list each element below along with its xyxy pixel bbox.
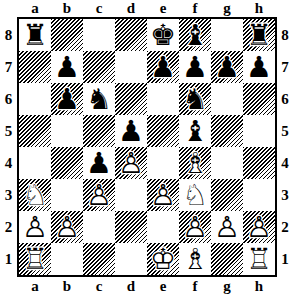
square-e3[interactable]: ♟♙ <box>147 179 179 211</box>
white-rook[interactable]: ♖ <box>243 243 275 275</box>
rank-label-3-right: 3 <box>277 179 293 211</box>
black-pawn[interactable]: ♟ <box>51 51 83 83</box>
black-bishop[interactable]: ♝ <box>179 19 211 51</box>
file-label-b-top: b <box>51 0 83 17</box>
file-labels-top: abcdefgh <box>19 0 275 17</box>
file-label-e-bottom: e <box>147 278 179 295</box>
file-label-g-bottom: g <box>211 278 243 295</box>
file-label-h-bottom: h <box>243 278 275 295</box>
rank-labels-left: 87654321 <box>0 19 17 275</box>
square-c3[interactable]: ♟♙ <box>83 179 115 211</box>
square-d3[interactable] <box>115 179 147 211</box>
square-e1[interactable]: ♚♔ <box>147 243 179 275</box>
white-rook[interactable]: ♖ <box>19 243 51 275</box>
white-king[interactable]: ♔ <box>147 243 179 275</box>
square-b8[interactable] <box>51 19 83 51</box>
square-f7[interactable]: ♟♟ <box>179 51 211 83</box>
square-a6[interactable] <box>19 83 51 115</box>
square-h4[interactable] <box>243 147 275 179</box>
black-rook[interactable]: ♜ <box>243 19 275 51</box>
square-c8[interactable] <box>83 19 115 51</box>
rank-label-2-right: 2 <box>277 211 293 243</box>
square-e4[interactable] <box>147 147 179 179</box>
rank-label-7-left: 7 <box>0 51 17 83</box>
square-d8[interactable] <box>115 19 147 51</box>
square-h3[interactable] <box>243 179 275 211</box>
chess-diagram: abcdefgh 87654321 ♜♜♚♚♝♝♜♜♟♟♟♟♟♟♟♟♟♟♟♟♞♞… <box>0 0 293 295</box>
square-g4[interactable] <box>211 147 243 179</box>
white-pawn[interactable]: ♙ <box>115 147 147 179</box>
square-g1[interactable] <box>211 243 243 275</box>
square-a7[interactable] <box>19 51 51 83</box>
square-e2[interactable] <box>147 211 179 243</box>
file-label-a-top: a <box>19 0 51 17</box>
black-pawn[interactable]: ♟ <box>211 51 243 83</box>
file-label-g-top: g <box>211 0 243 17</box>
rank-label-5-right: 5 <box>277 115 293 147</box>
file-label-f-top: f <box>179 0 211 17</box>
square-h8[interactable]: ♜♜ <box>243 19 275 51</box>
square-c7[interactable] <box>83 51 115 83</box>
square-b5[interactable] <box>51 115 83 147</box>
square-b7[interactable]: ♟♟ <box>51 51 83 83</box>
square-d4[interactable]: ♟♙ <box>115 147 147 179</box>
white-pawn[interactable]: ♙ <box>83 179 115 211</box>
white-bishop[interactable]: ♗ <box>179 243 211 275</box>
square-b6[interactable]: ♟♟ <box>51 83 83 115</box>
chess-board: ♜♜♚♚♝♝♜♜♟♟♟♟♟♟♟♟♟♟♟♟♞♞♞♞♟♟♝♝♟♟♟♙♝♗♞♘♟♙♟♙… <box>17 17 277 277</box>
file-label-c-bottom: c <box>83 278 115 295</box>
rank-labels-right: 87654321 <box>277 19 293 275</box>
white-pawn[interactable]: ♙ <box>19 211 51 243</box>
square-d1[interactable] <box>115 243 147 275</box>
file-label-h-top: h <box>243 0 275 17</box>
square-h5[interactable] <box>243 115 275 147</box>
square-f1[interactable]: ♝♗ <box>179 243 211 275</box>
square-h6[interactable] <box>243 83 275 115</box>
square-e8[interactable]: ♚♚ <box>147 19 179 51</box>
square-c1[interactable] <box>83 243 115 275</box>
square-e5[interactable] <box>147 115 179 147</box>
square-d6[interactable] <box>115 83 147 115</box>
square-c2[interactable] <box>83 211 115 243</box>
square-g7[interactable]: ♟♟ <box>211 51 243 83</box>
file-label-d-top: d <box>115 0 147 17</box>
square-g3[interactable] <box>211 179 243 211</box>
file-label-e-top: e <box>147 0 179 17</box>
black-pawn[interactable]: ♟ <box>51 83 83 115</box>
black-pawn[interactable]: ♟ <box>179 51 211 83</box>
rank-label-4-right: 4 <box>277 147 293 179</box>
square-a3[interactable]: ♞♘ <box>19 179 51 211</box>
square-h2[interactable]: ♟♙ <box>243 211 275 243</box>
square-b1[interactable] <box>51 243 83 275</box>
square-b3[interactable] <box>51 179 83 211</box>
white-knight[interactable]: ♘ <box>19 179 51 211</box>
white-pawn[interactable]: ♙ <box>243 211 275 243</box>
black-rook[interactable]: ♜ <box>19 19 51 51</box>
square-f3[interactable]: ♞♘ <box>179 179 211 211</box>
file-label-c-top: c <box>83 0 115 17</box>
file-label-d-bottom: d <box>115 278 147 295</box>
square-f8[interactable]: ♝♝ <box>179 19 211 51</box>
square-g8[interactable] <box>211 19 243 51</box>
square-a4[interactable] <box>19 147 51 179</box>
file-label-f-bottom: f <box>179 278 211 295</box>
square-d7[interactable] <box>115 51 147 83</box>
white-pawn[interactable]: ♙ <box>147 179 179 211</box>
square-c4[interactable]: ♟♟ <box>83 147 115 179</box>
square-c5[interactable] <box>83 115 115 147</box>
square-b4[interactable] <box>51 147 83 179</box>
square-d5[interactable]: ♟♟ <box>115 115 147 147</box>
rank-label-8-left: 8 <box>0 19 17 51</box>
square-b2[interactable]: ♟♙ <box>51 211 83 243</box>
rank-label-2-left: 2 <box>0 211 17 243</box>
square-h7[interactable]: ♟♟ <box>243 51 275 83</box>
white-pawn[interactable]: ♙ <box>179 211 211 243</box>
square-f5[interactable]: ♝♝ <box>179 115 211 147</box>
square-f2[interactable]: ♟♙ <box>179 211 211 243</box>
square-g5[interactable] <box>211 115 243 147</box>
rank-label-6-right: 6 <box>277 83 293 115</box>
square-a1[interactable]: ♜♖ <box>19 243 51 275</box>
file-label-b-bottom: b <box>51 278 83 295</box>
square-a8[interactable]: ♜♜ <box>19 19 51 51</box>
black-pawn[interactable]: ♟ <box>147 51 179 83</box>
black-bishop[interactable]: ♝ <box>179 115 211 147</box>
black-pawn[interactable]: ♟ <box>243 51 275 83</box>
square-f4[interactable]: ♝♗ <box>179 147 211 179</box>
square-e6[interactable] <box>147 83 179 115</box>
rank-label-3-left: 3 <box>0 179 17 211</box>
square-c6[interactable]: ♞♞ <box>83 83 115 115</box>
black-king[interactable]: ♚ <box>147 19 179 51</box>
rank-label-5-left: 5 <box>0 115 17 147</box>
square-f6[interactable]: ♞♞ <box>179 83 211 115</box>
square-a2[interactable]: ♟♙ <box>19 211 51 243</box>
rank-label-1-right: 1 <box>277 243 293 275</box>
square-e7[interactable]: ♟♟ <box>147 51 179 83</box>
square-d2[interactable] <box>115 211 147 243</box>
rank-label-4-left: 4 <box>0 147 17 179</box>
rank-label-1-left: 1 <box>0 243 17 275</box>
black-knight[interactable]: ♞ <box>83 83 115 115</box>
white-pawn[interactable]: ♙ <box>51 211 83 243</box>
black-knight[interactable]: ♞ <box>179 83 211 115</box>
file-labels-bottom: abcdefgh <box>19 278 275 295</box>
white-knight[interactable]: ♘ <box>179 179 211 211</box>
rank-label-8-right: 8 <box>277 19 293 51</box>
square-a5[interactable] <box>19 115 51 147</box>
white-pawn[interactable]: ♙ <box>211 211 243 243</box>
black-pawn[interactable]: ♟ <box>115 115 147 147</box>
rank-label-6-left: 6 <box>0 83 17 115</box>
rank-label-7-right: 7 <box>277 51 293 83</box>
black-pawn[interactable]: ♟ <box>83 147 115 179</box>
square-g6[interactable] <box>211 83 243 115</box>
square-g2[interactable]: ♟♙ <box>211 211 243 243</box>
white-bishop[interactable]: ♗ <box>179 147 211 179</box>
square-h1[interactable]: ♜♖ <box>243 243 275 275</box>
file-label-a-bottom: a <box>19 278 51 295</box>
